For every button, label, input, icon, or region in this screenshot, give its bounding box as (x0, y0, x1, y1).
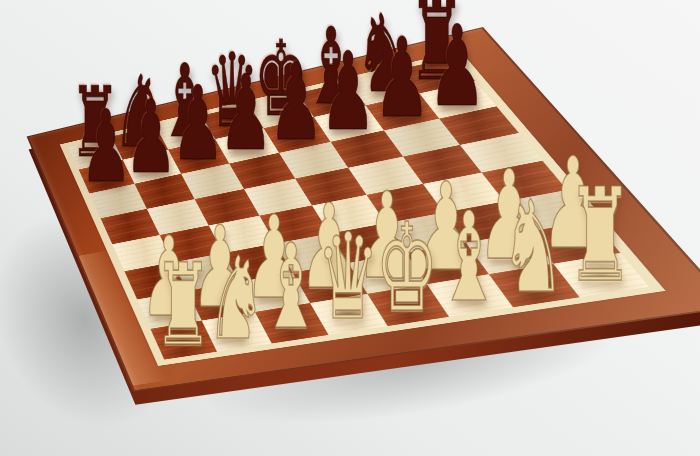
chess-set-photo: ♜♞♝♛♚♝♞♜♟♟♟♟♟♟♟♟♟♟♟♟♟♟♟♟♜♞♝♛♚♝♞♜ (0, 0, 700, 456)
squares-grid (68, 57, 649, 360)
